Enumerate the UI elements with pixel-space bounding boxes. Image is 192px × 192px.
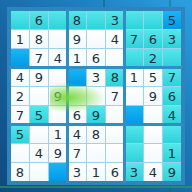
cell-r4c4[interactable] [68,68,86,86]
cell-r3c9[interactable] [163,49,181,67]
cell-r2c6[interactable]: 4 [106,30,124,48]
cell-r4c5[interactable]: 3 [87,68,105,86]
cell-r8c9[interactable]: 1 [163,144,181,162]
cell-r8c5[interactable] [87,144,105,162]
cell-r3c8[interactable]: 2 [144,49,162,67]
cell-r8c1[interactable] [11,144,29,162]
cell-r7c5[interactable]: 8 [87,125,105,143]
cell-r9c3[interactable] [49,163,67,181]
cell-r8c3[interactable]: 9 [49,144,67,162]
cell-r2c8[interactable]: 6 [144,30,162,48]
cell-r9c8[interactable]: 4 [144,163,162,181]
cell-r1c1[interactable] [11,11,29,29]
cell-r7c6[interactable] [106,125,124,143]
cell-r3c5[interactable]: 6 [87,49,105,67]
cell-r5c2[interactable] [30,87,48,105]
cell-r6c9[interactable]: 4 [163,106,181,124]
cell-r9c6[interactable]: 6 [106,163,124,181]
cell-r1c4[interactable]: 8 [68,11,86,29]
cell-r2c1[interactable]: 1 [11,30,29,48]
sudoku-app-screen: 6835189476374162493815729796756945148497… [0,0,192,192]
cell-r4c9[interactable]: 7 [163,68,181,86]
cell-r7c9[interactable] [163,125,181,143]
cell-r2c3[interactable] [49,30,67,48]
cell-r7c8[interactable] [144,125,162,143]
cell-r6c3[interactable] [49,106,67,124]
cell-r8c7[interactable] [125,144,143,162]
cell-r7c2[interactable] [30,125,48,143]
cell-r3c1[interactable] [11,49,29,67]
cell-r5c3[interactable]: 9 [49,87,67,105]
cell-r5c7[interactable] [125,87,143,105]
block-divider-horizontal-2 [9,123,183,126]
cell-r5c5[interactable] [87,87,105,105]
cell-r1c7[interactable] [125,11,143,29]
cell-r3c6[interactable] [106,49,124,67]
cell-r8c4[interactable]: 7 [68,144,86,162]
cell-r1c2[interactable]: 6 [30,11,48,29]
cell-r5c6[interactable]: 7 [106,87,124,105]
cell-r2c2[interactable]: 8 [30,30,48,48]
block-divider-vertical-1 [66,9,69,183]
cell-r2c4[interactable]: 9 [68,30,86,48]
cell-r3c3[interactable]: 4 [49,49,67,67]
cell-r9c1[interactable]: 8 [11,163,29,181]
cell-r4c7[interactable]: 1 [125,68,143,86]
cell-r8c8[interactable] [144,144,162,162]
cell-r1c5[interactable] [87,11,105,29]
cell-r5c1[interactable]: 2 [11,87,29,105]
cell-r7c4[interactable]: 4 [68,125,86,143]
cell-r1c9[interactable]: 5 [163,11,181,29]
cell-r2c5[interactable] [87,30,105,48]
cell-r9c9[interactable]: 9 [163,163,181,181]
cell-r8c6[interactable] [106,144,124,162]
cell-r5c9[interactable]: 6 [163,87,181,105]
cell-r1c3[interactable] [49,11,67,29]
cell-r3c4[interactable]: 1 [68,49,86,67]
cell-r1c8[interactable] [144,11,162,29]
cell-r5c8[interactable]: 9 [144,87,162,105]
cell-r6c6[interactable] [106,106,124,124]
cell-r4c6[interactable]: 8 [106,68,124,86]
cell-r6c1[interactable]: 7 [11,106,29,124]
cell-r6c8[interactable] [144,106,162,124]
cell-r2c7[interactable]: 7 [125,30,143,48]
cell-r9c2[interactable] [30,163,48,181]
cell-r8c2[interactable]: 4 [30,144,48,162]
cell-r9c4[interactable]: 3 [68,163,86,181]
cell-r1c6[interactable]: 3 [106,11,124,29]
cell-r2c9[interactable]: 3 [163,30,181,48]
cell-r4c8[interactable]: 5 [144,68,162,86]
block-divider-horizontal-1 [9,66,183,69]
cell-r6c2[interactable]: 5 [30,106,48,124]
cell-r6c7[interactable] [125,106,143,124]
cell-r3c2[interactable]: 7 [30,49,48,67]
background-accent-line-horizontal [0,186,192,188]
cell-r6c5[interactable]: 9 [87,106,105,124]
cell-r7c3[interactable]: 1 [49,125,67,143]
sudoku-board: 6835189476374162493815729796756945148497… [7,7,185,185]
cell-r4c2[interactable]: 9 [30,68,48,86]
cell-r3c7[interactable] [125,49,143,67]
cell-r4c3[interactable] [49,68,67,86]
cell-r5c4[interactable] [68,87,86,105]
cell-r9c5[interactable]: 1 [87,163,105,181]
cell-r7c1[interactable]: 5 [11,125,29,143]
cell-r4c1[interactable]: 4 [11,68,29,86]
cell-r9c7[interactable]: 3 [125,163,143,181]
cell-r7c7[interactable] [125,125,143,143]
cell-r6c4[interactable]: 6 [68,106,86,124]
block-divider-vertical-2 [123,9,126,183]
